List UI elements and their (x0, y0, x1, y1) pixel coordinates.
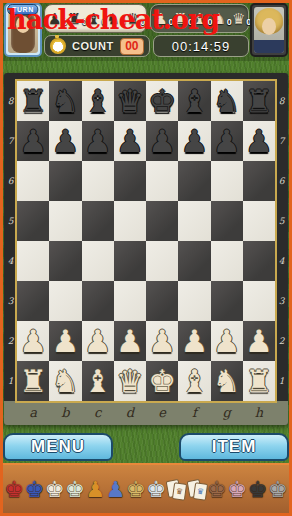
rank-label-4: 4 (4, 241, 17, 281)
black-pawn: ♟ (17, 121, 49, 161)
square-a3[interactable] (17, 281, 49, 321)
white-pawn: ♟ (49, 321, 81, 361)
card-front-icon: ♛ (172, 482, 187, 501)
black-knight: ♞ (211, 81, 243, 121)
rank-label-6: 6 (275, 161, 288, 201)
file-label-c: c (82, 403, 114, 423)
white-pawn: ♟ (82, 321, 114, 361)
square-g3[interactable] (211, 281, 243, 321)
square-c6[interactable] (82, 161, 114, 201)
rank-label-7: 7 (4, 121, 17, 161)
square-b3[interactable] (49, 281, 81, 321)
square-d2[interactable]: ♟ (114, 321, 146, 361)
black-pawn: ♟ (211, 121, 243, 161)
skin-classic-king-silver-icon: ♚ (146, 477, 166, 502)
file-label-e: e (146, 403, 178, 423)
skin-rabbit-king-green-icon: ♚ (65, 477, 85, 502)
square-a2[interactable]: ♟ (17, 321, 49, 361)
white-player-portrait (254, 7, 284, 53)
square-d1[interactable]: ♛ (114, 361, 146, 401)
skin-king-bronze-icon: ♚ (207, 477, 227, 502)
item-button[interactable]: ITEM (179, 433, 289, 461)
square-b5[interactable] (49, 201, 81, 241)
rank-label-1: 1 (275, 361, 288, 401)
portrait-body (254, 40, 284, 53)
square-c5[interactable] (82, 201, 114, 241)
square-e5[interactable] (146, 201, 178, 241)
skin-king-doll-blue[interactable]: ♚ (24, 467, 44, 513)
rank-label-4: 4 (275, 241, 288, 281)
skin-king-black-icon: ♚ (248, 477, 268, 502)
black-pawn: ♟ (114, 121, 146, 161)
rank-label-3: 3 (275, 281, 288, 321)
skin-rabbit-king-red-icon: ♚ (45, 477, 65, 502)
white-rook: ♜ (243, 361, 275, 401)
file-label-b: b (49, 403, 81, 423)
watermark-text: hack-cheat.org (7, 4, 219, 35)
black-pawn: ♟ (82, 121, 114, 161)
game-timer: 00:14:59 (172, 39, 231, 54)
square-a7[interactable]: ♟ (17, 121, 49, 161)
square-b8[interactable]: ♞ (49, 81, 81, 121)
square-e4[interactable] (146, 241, 178, 281)
black-pawn: ♟ (49, 121, 81, 161)
square-d7[interactable]: ♟ (114, 121, 146, 161)
black-knight: ♞ (49, 81, 81, 121)
white-queen: ♛ (114, 361, 146, 401)
white-pawn: ♟ (146, 321, 178, 361)
black-pawn: ♟ (178, 121, 210, 161)
square-d4[interactable] (114, 241, 146, 281)
black-pawn: ♟ (243, 121, 275, 161)
white-pawn: ♟ (114, 321, 146, 361)
skin-king-grey[interactable]: ♚ (268, 467, 288, 513)
black-bishop: ♝ (82, 81, 114, 121)
black-king: ♚ (146, 81, 178, 121)
skin-classic-king-gold-icon: ♚ (126, 477, 146, 502)
black-bishop: ♝ (178, 81, 210, 121)
square-h1[interactable]: ♜ (243, 361, 275, 401)
card-front-icon: ♛ (192, 482, 207, 501)
square-h3[interactable] (243, 281, 275, 321)
square-g2[interactable]: ♟ (211, 321, 243, 361)
square-f7[interactable]: ♟ (178, 121, 210, 161)
square-a5[interactable] (17, 201, 49, 241)
file-label-g: g (211, 403, 243, 423)
square-b7[interactable]: ♟ (49, 121, 81, 161)
square-b6[interactable] (49, 161, 81, 201)
square-d5[interactable] (114, 201, 146, 241)
square-e3[interactable] (146, 281, 178, 321)
skin-king-black[interactable]: ♚ (247, 467, 267, 513)
piece-skin-bar: ♚♚♚♚♟♟♚♚♛♛♚♚♚♚ (3, 463, 289, 513)
square-h7[interactable]: ♟ (243, 121, 275, 161)
portrait-face (262, 18, 276, 35)
square-e1[interactable]: ♚ (146, 361, 178, 401)
skin-king-doll-red-icon: ♚ (4, 477, 24, 502)
file-label-d: d (114, 403, 146, 423)
app-screen: TURN ♟0♜0♝0♞0♛0 ♟0♜0♝0♞0♛0 COUNT 00 00:1… (0, 0, 292, 516)
rank-label-3: 3 (4, 281, 17, 321)
square-a1[interactable]: ♜ (17, 361, 49, 401)
square-f3[interactable] (178, 281, 210, 321)
count-label: COUNT (72, 40, 114, 52)
square-c8[interactable]: ♝ (82, 81, 114, 121)
square-d3[interactable] (114, 281, 146, 321)
captured-white-queen: ♛0 (232, 9, 251, 29)
square-a8[interactable]: ♜ (17, 81, 49, 121)
white-player-avatar (250, 3, 288, 57)
skin-king-grey-icon: ♚ (268, 477, 288, 502)
white-pawn: ♟ (243, 321, 275, 361)
white-bishop: ♝ (82, 361, 114, 401)
square-h2[interactable]: ♟ (243, 321, 275, 361)
square-d6[interactable] (114, 161, 146, 201)
square-h4[interactable] (243, 241, 275, 281)
white-knight: ♞ (211, 361, 243, 401)
skin-rabbit-king-green[interactable]: ♚ (65, 467, 85, 513)
square-e7[interactable]: ♟ (146, 121, 178, 161)
square-b4[interactable] (49, 241, 81, 281)
white-pawn: ♟ (17, 321, 49, 361)
square-e6[interactable] (146, 161, 178, 201)
file-label-a: a (17, 403, 49, 423)
white-bishop: ♝ (178, 361, 210, 401)
square-b2[interactable]: ♟ (49, 321, 81, 361)
board-grid: ♜♞♝♛♚♝♞♜♟♟♟♟♟♟♟♟♟♟♟♟♟♟♟♟♜♞♝♛♚♝♞♜ (17, 81, 275, 401)
square-c2[interactable]: ♟ (82, 321, 114, 361)
rank-label-6: 6 (4, 161, 17, 201)
file-label-h: h (243, 403, 275, 423)
skin-hood-doll-orange[interactable]: ♟ (85, 467, 105, 513)
square-c1[interactable]: ♝ (82, 361, 114, 401)
square-c3[interactable] (82, 281, 114, 321)
square-f2[interactable]: ♟ (178, 321, 210, 361)
square-e8[interactable]: ♚ (146, 81, 178, 121)
rank-label-8: 8 (4, 81, 17, 121)
skin-king-pink[interactable]: ♚ (227, 467, 247, 513)
square-a6[interactable] (17, 161, 49, 201)
white-queen-icon: ♛ (232, 9, 245, 29)
skin-classic-king-silver[interactable]: ♚ (146, 467, 166, 513)
square-d8[interactable]: ♛ (114, 81, 146, 121)
white-pawn: ♟ (178, 321, 210, 361)
square-g8[interactable]: ♞ (211, 81, 243, 121)
rank-label-2: 2 (4, 321, 17, 361)
skin-hood-doll-blue-icon: ♟ (106, 477, 126, 502)
skin-king-doll-blue-icon: ♚ (25, 477, 45, 502)
count-value: 00 (120, 38, 144, 55)
square-a4[interactable] (17, 241, 49, 281)
square-f4[interactable] (178, 241, 210, 281)
square-g4[interactable] (211, 241, 243, 281)
rank-labels-right: 87654321 (275, 81, 288, 401)
stopwatch-icon (50, 38, 66, 54)
skin-card-deck-blue[interactable]: ♛ (187, 467, 207, 513)
square-g7[interactable]: ♟ (211, 121, 243, 161)
skin-hood-doll-blue[interactable]: ♟ (105, 467, 125, 513)
square-c4[interactable] (82, 241, 114, 281)
file-labels: abcdefgh (17, 403, 275, 423)
square-g5[interactable] (211, 201, 243, 241)
game-timer-panel: 00:14:59 (153, 35, 249, 57)
white-rook: ♜ (17, 361, 49, 401)
square-f6[interactable] (178, 161, 210, 201)
white-knight: ♞ (49, 361, 81, 401)
square-c7[interactable]: ♟ (82, 121, 114, 161)
white-pawn: ♟ (211, 321, 243, 361)
square-h5[interactable] (243, 201, 275, 241)
rank-labels-left: 87654321 (4, 81, 17, 401)
rank-label-5: 5 (4, 201, 17, 241)
black-rook: ♜ (17, 81, 49, 121)
white-king: ♚ (146, 361, 178, 401)
square-g1[interactable]: ♞ (211, 361, 243, 401)
black-queen: ♛ (114, 81, 146, 121)
square-f1[interactable]: ♝ (178, 361, 210, 401)
rank-label-5: 5 (275, 201, 288, 241)
square-e2[interactable]: ♟ (146, 321, 178, 361)
square-f5[interactable] (178, 201, 210, 241)
skin-king-bronze[interactable]: ♚ (207, 467, 227, 513)
skin-classic-king-gold[interactable]: ♚ (126, 467, 146, 513)
rank-label-1: 1 (4, 361, 17, 401)
skin-king-doll-red[interactable]: ♚ (4, 467, 24, 513)
square-g6[interactable] (211, 161, 243, 201)
square-b1[interactable]: ♞ (49, 361, 81, 401)
skin-king-pink-icon: ♚ (227, 477, 247, 502)
skin-rabbit-king-red[interactable]: ♚ (45, 467, 65, 513)
chess-board: 87654321 87654321 ♜♞♝♛♚♝♞♜♟♟♟♟♟♟♟♟♟♟♟♟♟♟… (4, 73, 288, 425)
rank-label-8: 8 (275, 81, 288, 121)
skin-card-deck-brown[interactable]: ♛ (166, 467, 186, 513)
skin-hood-doll-orange-icon: ♟ (85, 477, 105, 502)
square-h6[interactable] (243, 161, 275, 201)
black-pawn: ♟ (146, 121, 178, 161)
menu-button[interactable]: MENU (3, 433, 113, 461)
file-label-f: f (178, 403, 210, 423)
black-rook: ♜ (243, 81, 275, 121)
square-h8[interactable]: ♜ (243, 81, 275, 121)
rank-label-7: 7 (275, 121, 288, 161)
rank-label-2: 2 (275, 321, 288, 361)
move-count-panel: COUNT 00 (44, 35, 150, 57)
square-f8[interactable]: ♝ (178, 81, 210, 121)
